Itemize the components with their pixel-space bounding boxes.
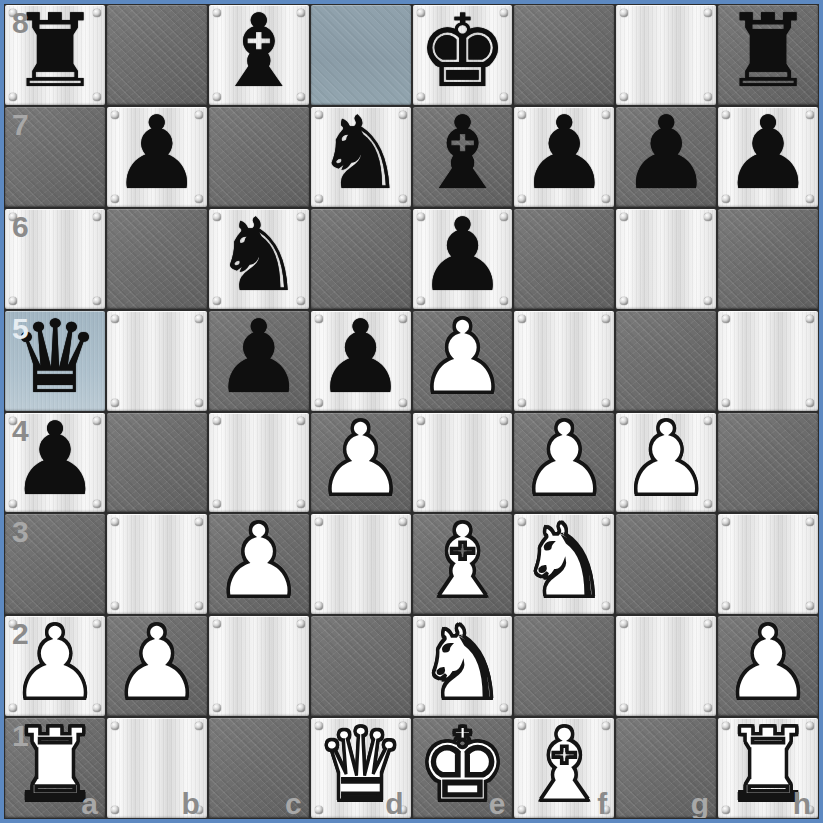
file-label-f: f bbox=[597, 787, 607, 818]
screw-icon bbox=[297, 704, 305, 712]
screw-icon bbox=[111, 722, 119, 730]
square-b4[interactable] bbox=[107, 413, 207, 513]
white-pawn[interactable]: ♟ bbox=[315, 413, 406, 510]
square-e8[interactable]: ♚ bbox=[413, 5, 513, 105]
square-g8[interactable] bbox=[616, 5, 716, 105]
white-pawn[interactable]: ♟ bbox=[213, 514, 304, 611]
square-g2[interactable] bbox=[616, 616, 716, 716]
square-e3[interactable]: ♝ bbox=[413, 514, 513, 614]
square-b1[interactable]: b bbox=[107, 718, 207, 818]
board-frame: 8♜♝♚♜7♟♞♝♟♟♟6♞♟5♛♟♟♟4♟♟♟♟3♟♝♞2♟♟♞♟1a♜bcd… bbox=[0, 0, 823, 823]
square-g6[interactable] bbox=[616, 209, 716, 309]
white-knight[interactable]: ♞ bbox=[417, 616, 508, 713]
rank-label-2: 2 bbox=[12, 617, 29, 651]
white-bishop[interactable]: ♝ bbox=[417, 514, 508, 611]
black-knight[interactable]: ♞ bbox=[213, 209, 304, 306]
screw-icon bbox=[500, 500, 508, 508]
black-rook[interactable]: ♜ bbox=[723, 5, 814, 102]
square-c6[interactable]: ♞ bbox=[209, 209, 309, 309]
white-pawn[interactable]: ♟ bbox=[417, 311, 508, 408]
rank-label-3: 3 bbox=[12, 515, 29, 549]
square-c4[interactable] bbox=[209, 413, 309, 513]
square-h5[interactable] bbox=[718, 311, 818, 411]
square-e6[interactable]: ♟ bbox=[413, 209, 513, 309]
square-h2[interactable]: ♟ bbox=[718, 616, 818, 716]
square-c3[interactable]: ♟ bbox=[209, 514, 309, 614]
screw-icon bbox=[111, 602, 119, 610]
white-bishop[interactable]: ♝ bbox=[519, 718, 610, 815]
black-pawn[interactable]: ♟ bbox=[621, 107, 712, 204]
screw-icon bbox=[213, 500, 221, 508]
screw-icon bbox=[213, 417, 221, 425]
square-b7[interactable]: ♟ bbox=[107, 107, 207, 207]
screw-icon bbox=[620, 704, 628, 712]
square-e7[interactable]: ♝ bbox=[413, 107, 513, 207]
square-h8[interactable]: ♜ bbox=[718, 5, 818, 105]
square-f2[interactable] bbox=[514, 616, 614, 716]
square-g4[interactable]: ♟ bbox=[616, 413, 716, 513]
square-b3[interactable] bbox=[107, 514, 207, 614]
square-a6[interactable]: 6 bbox=[5, 209, 105, 309]
screw-icon bbox=[620, 213, 628, 221]
square-a8[interactable]: 8♜ bbox=[5, 5, 105, 105]
screw-icon bbox=[806, 518, 814, 526]
screw-icon bbox=[500, 417, 508, 425]
square-e1[interactable]: e♚ bbox=[413, 718, 513, 818]
square-b2[interactable]: ♟ bbox=[107, 616, 207, 716]
square-d7[interactable]: ♞ bbox=[311, 107, 411, 207]
screw-icon bbox=[93, 297, 101, 305]
screw-icon bbox=[399, 518, 407, 526]
rank-label-7: 7 bbox=[12, 108, 29, 142]
square-d6[interactable] bbox=[311, 209, 411, 309]
square-a1[interactable]: 1a♜ bbox=[5, 718, 105, 818]
black-pawn[interactable]: ♟ bbox=[315, 311, 406, 408]
black-pawn[interactable]: ♟ bbox=[723, 107, 814, 204]
screw-icon bbox=[806, 602, 814, 610]
file-label-a: a bbox=[81, 787, 98, 818]
screw-icon bbox=[399, 602, 407, 610]
rank-label-1: 1 bbox=[12, 719, 29, 753]
screw-icon bbox=[722, 518, 730, 526]
screw-icon bbox=[704, 213, 712, 221]
screw-icon bbox=[315, 518, 323, 526]
square-a3[interactable]: 3 bbox=[5, 514, 105, 614]
square-b6[interactable] bbox=[107, 209, 207, 309]
black-bishop[interactable]: ♝ bbox=[213, 5, 304, 102]
square-e5[interactable]: ♟ bbox=[413, 311, 513, 411]
rank-label-6: 6 bbox=[12, 210, 29, 244]
rank-label-8: 8 bbox=[12, 6, 29, 40]
white-pawn[interactable]: ♟ bbox=[723, 616, 814, 713]
square-h1[interactable]: h♜ bbox=[718, 718, 818, 818]
screw-icon bbox=[518, 399, 526, 407]
screw-icon bbox=[417, 417, 425, 425]
screw-icon bbox=[195, 722, 203, 730]
black-pawn[interactable]: ♟ bbox=[417, 209, 508, 306]
square-a4[interactable]: 4♟ bbox=[5, 413, 105, 513]
file-label-d: d bbox=[385, 787, 403, 818]
square-h6[interactable] bbox=[718, 209, 818, 309]
square-f6[interactable] bbox=[514, 209, 614, 309]
square-f4[interactable]: ♟ bbox=[514, 413, 614, 513]
square-a5[interactable]: 5♛ bbox=[5, 311, 105, 411]
white-pawn[interactable]: ♟ bbox=[112, 616, 203, 713]
black-pawn[interactable]: ♟ bbox=[213, 311, 304, 408]
screw-icon bbox=[806, 399, 814, 407]
screw-icon bbox=[213, 704, 221, 712]
square-c1[interactable]: c bbox=[209, 718, 309, 818]
square-c2[interactable] bbox=[209, 616, 309, 716]
screw-icon bbox=[297, 620, 305, 628]
screw-icon bbox=[722, 602, 730, 610]
screw-icon bbox=[9, 297, 17, 305]
screw-icon bbox=[602, 315, 610, 323]
square-f3[interactable]: ♞ bbox=[514, 514, 614, 614]
square-h3[interactable] bbox=[718, 514, 818, 614]
screw-icon bbox=[704, 704, 712, 712]
square-d8[interactable] bbox=[311, 5, 411, 105]
square-g3[interactable] bbox=[616, 514, 716, 614]
screw-icon bbox=[93, 213, 101, 221]
file-label-g: g bbox=[691, 787, 709, 818]
white-pawn[interactable]: ♟ bbox=[621, 413, 712, 510]
square-d1[interactable]: d♛ bbox=[311, 718, 411, 818]
square-b8[interactable] bbox=[107, 5, 207, 105]
square-d3[interactable] bbox=[311, 514, 411, 614]
white-knight[interactable]: ♞ bbox=[519, 514, 610, 611]
screw-icon bbox=[722, 399, 730, 407]
screw-icon bbox=[806, 315, 814, 323]
black-pawn[interactable]: ♟ bbox=[519, 107, 610, 204]
screw-icon bbox=[620, 93, 628, 101]
square-d4[interactable]: ♟ bbox=[311, 413, 411, 513]
square-f1[interactable]: f♝ bbox=[514, 718, 614, 818]
square-h7[interactable]: ♟ bbox=[718, 107, 818, 207]
screw-icon bbox=[315, 602, 323, 610]
rank-label-4: 4 bbox=[12, 414, 29, 448]
screw-icon bbox=[417, 500, 425, 508]
square-e2[interactable]: ♞ bbox=[413, 616, 513, 716]
square-e4[interactable] bbox=[413, 413, 513, 513]
square-h4[interactable] bbox=[718, 413, 818, 513]
black-bishop[interactable]: ♝ bbox=[417, 107, 508, 204]
file-label-e: e bbox=[489, 787, 506, 818]
screw-icon bbox=[111, 399, 119, 407]
black-pawn[interactable]: ♟ bbox=[112, 107, 203, 204]
square-b5[interactable] bbox=[107, 311, 207, 411]
square-c8[interactable]: ♝ bbox=[209, 5, 309, 105]
file-label-b: b bbox=[181, 787, 199, 818]
chess-board: 8♜♝♚♜7♟♞♝♟♟♟6♞♟5♛♟♟♟4♟♟♟♟3♟♝♞2♟♟♞♟1a♜bcd… bbox=[4, 4, 819, 819]
screw-icon bbox=[195, 399, 203, 407]
screw-icon bbox=[297, 500, 305, 508]
screw-icon bbox=[213, 620, 221, 628]
file-label-h: h bbox=[793, 787, 811, 818]
white-pawn[interactable]: ♟ bbox=[519, 413, 610, 510]
square-a7[interactable]: 7 bbox=[5, 107, 105, 207]
screw-icon bbox=[620, 620, 628, 628]
square-f7[interactable]: ♟ bbox=[514, 107, 614, 207]
screw-icon bbox=[620, 9, 628, 17]
screw-icon bbox=[518, 315, 526, 323]
square-f8[interactable] bbox=[514, 5, 614, 105]
screw-icon bbox=[704, 93, 712, 101]
screw-icon bbox=[195, 315, 203, 323]
square-c5[interactable]: ♟ bbox=[209, 311, 309, 411]
screw-icon bbox=[111, 315, 119, 323]
black-king[interactable]: ♚ bbox=[417, 5, 508, 102]
screw-icon bbox=[704, 297, 712, 305]
file-label-c: c bbox=[285, 787, 302, 818]
square-a2[interactable]: 2♟ bbox=[5, 616, 105, 716]
square-c7[interactable] bbox=[209, 107, 309, 207]
black-knight[interactable]: ♞ bbox=[315, 107, 406, 204]
screw-icon bbox=[111, 806, 119, 814]
square-g7[interactable]: ♟ bbox=[616, 107, 716, 207]
screw-icon bbox=[111, 518, 119, 526]
screw-icon bbox=[195, 602, 203, 610]
rank-label-5: 5 bbox=[12, 312, 29, 346]
screw-icon bbox=[704, 620, 712, 628]
square-d5[interactable]: ♟ bbox=[311, 311, 411, 411]
screw-icon bbox=[195, 518, 203, 526]
square-g5[interactable] bbox=[616, 311, 716, 411]
screw-icon bbox=[722, 315, 730, 323]
screw-icon bbox=[297, 417, 305, 425]
screw-icon bbox=[704, 9, 712, 17]
square-d2[interactable] bbox=[311, 616, 411, 716]
screw-icon bbox=[620, 297, 628, 305]
square-f5[interactable] bbox=[514, 311, 614, 411]
screw-icon bbox=[602, 399, 610, 407]
square-g1[interactable]: g bbox=[616, 718, 716, 818]
